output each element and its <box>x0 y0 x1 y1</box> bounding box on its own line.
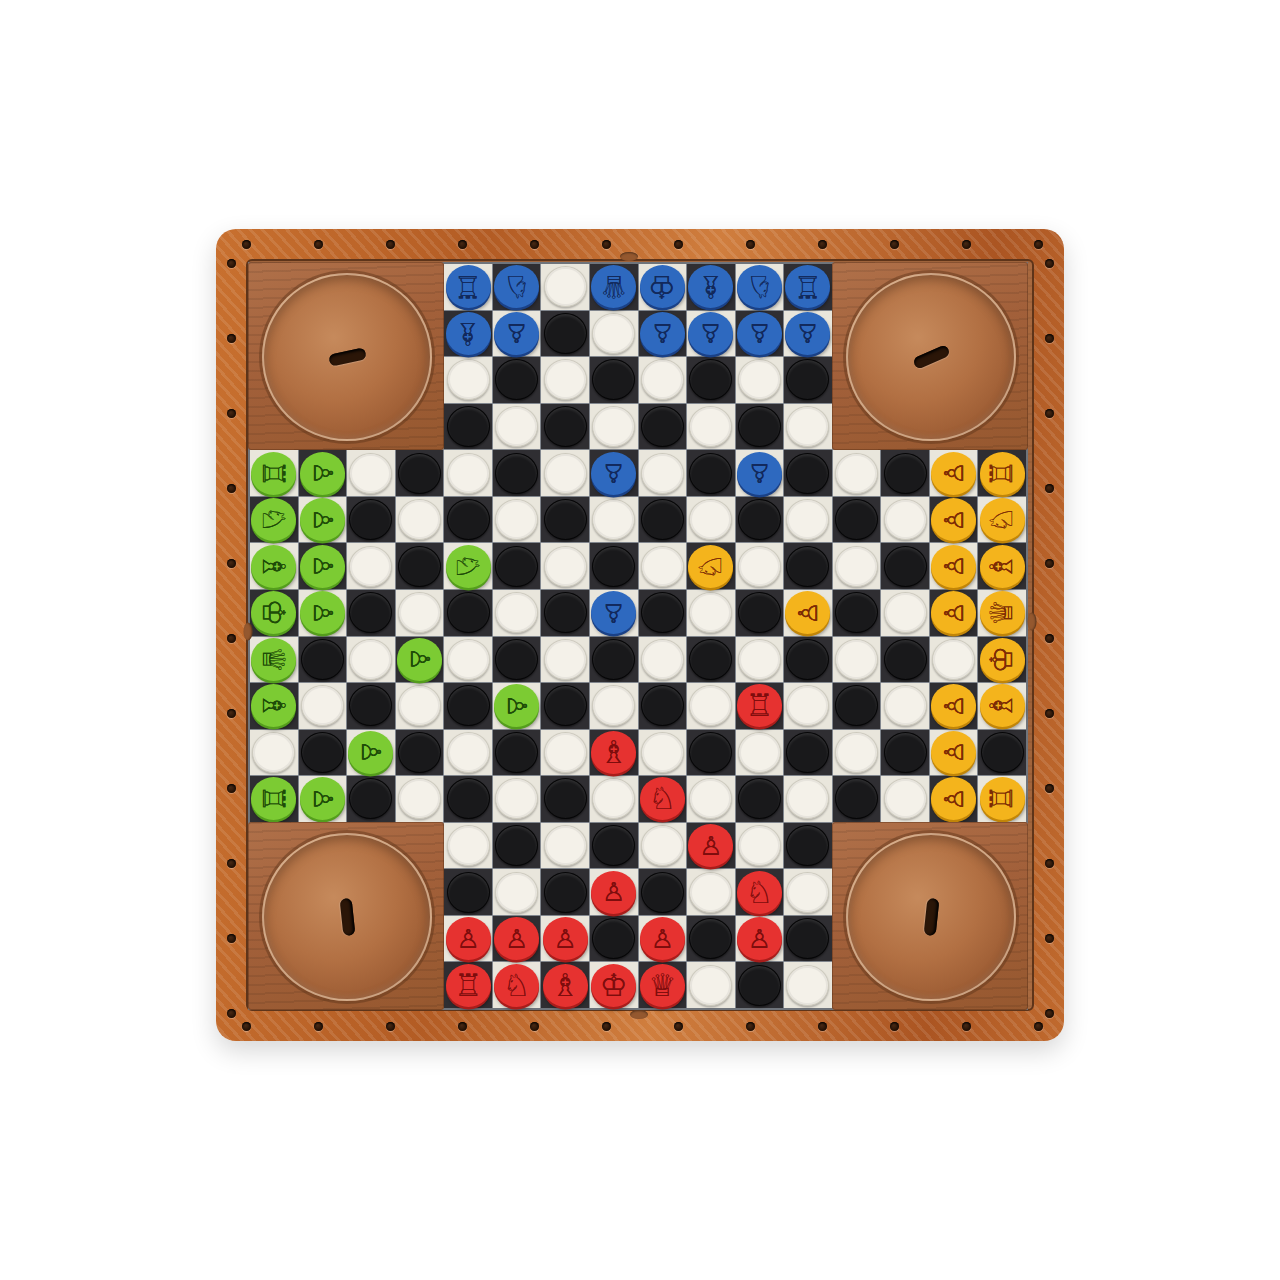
cell-o6[interactable]: ♙ <box>930 497 978 543</box>
cell-k8[interactable] <box>736 590 784 636</box>
cell-a12[interactable]: ♖ <box>250 776 298 822</box>
cell-f16[interactable]: ♘ <box>493 962 541 1008</box>
cell-f6[interactable] <box>493 497 541 543</box>
cell-g13[interactable] <box>541 823 589 869</box>
cell-g2[interactable] <box>541 311 589 357</box>
piece-blue-pawn[interactable]: ♙ <box>591 452 636 495</box>
piece-yellow-pawn[interactable]: ♙ <box>931 498 976 541</box>
cell-k14[interactable]: ♘ <box>736 869 784 915</box>
piece-red-pawn[interactable]: ♙ <box>688 824 733 867</box>
cell-d5[interactable] <box>396 450 444 496</box>
cell-o8[interactable]: ♙ <box>930 590 978 636</box>
piece-green-knight[interactable]: ♘ <box>251 498 296 541</box>
cell-h14[interactable]: ♙ <box>590 869 638 915</box>
frame-pin-hole-icon <box>227 484 236 493</box>
cell-i15[interactable]: ♙ <box>639 916 687 962</box>
cell-j4[interactable] <box>687 404 735 450</box>
cell-j11[interactable] <box>687 730 735 776</box>
cell-e12[interactable] <box>444 776 492 822</box>
cell-c8[interactable] <box>347 590 395 636</box>
cell-f9[interactable] <box>493 637 541 683</box>
cell-k5[interactable]: ♙ <box>736 450 784 496</box>
cell-j3[interactable] <box>687 357 735 403</box>
piece-red-rook[interactable]: ♖ <box>446 964 491 1007</box>
piece-red-knight[interactable]: ♘ <box>640 777 685 820</box>
cell-k13[interactable] <box>736 823 784 869</box>
cell-c10[interactable] <box>347 683 395 729</box>
cell-a10[interactable]: ♗ <box>250 683 298 729</box>
cell-j15[interactable] <box>687 916 735 962</box>
cell-o5[interactable]: ♙ <box>930 450 978 496</box>
cell-h4[interactable] <box>590 404 638 450</box>
cell-p9[interactable]: ♔ <box>978 637 1026 683</box>
cell-h10[interactable] <box>590 683 638 729</box>
piece-green-pawn[interactable]: ♙ <box>300 591 345 634</box>
piece-yellow-pawn[interactable]: ♙ <box>785 591 830 634</box>
cell-a11[interactable] <box>250 730 298 776</box>
piece-blue-pawn[interactable]: ♙ <box>737 312 782 355</box>
cell-i10[interactable] <box>639 683 687 729</box>
frame-pin-hole-icon <box>746 240 755 249</box>
cell-d6[interactable] <box>396 497 444 543</box>
cell-h5[interactable]: ♙ <box>590 450 638 496</box>
piece-blue-bishop[interactable]: ♗ <box>688 265 733 308</box>
cell-h3[interactable] <box>590 357 638 403</box>
cell-a5[interactable]: ♖ <box>250 450 298 496</box>
cell-d11[interactable] <box>396 730 444 776</box>
cell-f4[interactable] <box>493 404 541 450</box>
cell-n10[interactable] <box>881 683 929 729</box>
piece-red-pawn[interactable]: ♙ <box>640 917 685 960</box>
cell-i11[interactable] <box>639 730 687 776</box>
capture-tray-top-right <box>846 273 1016 441</box>
cell-f15[interactable]: ♙ <box>493 916 541 962</box>
cell-l11[interactable] <box>784 730 832 776</box>
cell-f11[interactable] <box>493 730 541 776</box>
cell-n6[interactable] <box>881 497 929 543</box>
cell-l3[interactable] <box>784 357 832 403</box>
cell-g16[interactable]: ♗ <box>541 962 589 1008</box>
piece-green-pawn[interactable]: ♙ <box>348 731 393 774</box>
piece-red-king[interactable]: ♔ <box>591 964 636 1007</box>
cell-h1[interactable]: ♕ <box>590 264 638 310</box>
empty-white-disc <box>786 499 829 540</box>
cell-g7[interactable] <box>541 543 589 589</box>
cell-b12[interactable]: ♙ <box>299 776 347 822</box>
cell-b5[interactable]: ♙ <box>299 450 347 496</box>
cell-e15[interactable]: ♙ <box>444 916 492 962</box>
empty-black-disc <box>544 592 587 633</box>
cell-f2[interactable]: ♙ <box>493 311 541 357</box>
piece-green-knight[interactable]: ♘ <box>446 545 491 588</box>
piece-yellow-knight[interactable]: ♘ <box>980 498 1025 541</box>
piece-blue-rook[interactable]: ♖ <box>446 265 491 308</box>
cell-o7[interactable]: ♙ <box>930 543 978 589</box>
piece-glyph: ♖ <box>454 271 482 302</box>
cell-l14[interactable] <box>784 869 832 915</box>
piece-yellow-pawn[interactable]: ♙ <box>931 731 976 774</box>
cell-e13[interactable] <box>444 823 492 869</box>
piece-blue-king[interactable]: ♔ <box>640 265 685 308</box>
cell-e8[interactable] <box>444 590 492 636</box>
cell-h7[interactable] <box>590 543 638 589</box>
empty-white-disc <box>786 406 829 447</box>
piece-green-bishop[interactable]: ♗ <box>251 545 296 588</box>
empty-black-disc <box>495 453 538 494</box>
cell-f8[interactable] <box>493 590 541 636</box>
piece-yellow-bishop[interactable]: ♗ <box>980 545 1025 588</box>
piece-green-rook[interactable]: ♖ <box>251 452 296 495</box>
piece-yellow-rook[interactable]: ♖ <box>980 452 1025 495</box>
tray-slot-icon <box>340 898 356 936</box>
piece-green-king[interactable]: ♔ <box>251 591 296 634</box>
cell-a6[interactable]: ♘ <box>250 497 298 543</box>
empty-black-disc <box>398 546 441 587</box>
piece-blue-rook[interactable]: ♖ <box>785 265 830 308</box>
cell-k6[interactable] <box>736 497 784 543</box>
piece-green-queen[interactable]: ♕ <box>251 638 296 681</box>
cell-p7[interactable]: ♗ <box>978 543 1026 589</box>
piece-glyph: ♙ <box>699 320 722 346</box>
cell-e4[interactable] <box>444 404 492 450</box>
empty-black-disc <box>786 918 829 959</box>
cell-k16[interactable] <box>736 962 784 1008</box>
piece-red-knight[interactable]: ♘ <box>737 871 782 914</box>
empty-white-disc <box>544 732 587 773</box>
cell-e5[interactable] <box>444 450 492 496</box>
cell-e6[interactable] <box>444 497 492 543</box>
cell-f13[interactable] <box>493 823 541 869</box>
piece-red-rook[interactable]: ♖ <box>737 684 782 727</box>
cell-j14[interactable] <box>687 869 735 915</box>
cell-a9[interactable]: ♕ <box>250 637 298 683</box>
piece-blue-knight[interactable]: ♘ <box>737 265 782 308</box>
empty-white-disc <box>592 685 635 726</box>
cell-k10[interactable]: ♖ <box>736 683 784 729</box>
cell-i2[interactable]: ♙ <box>639 311 687 357</box>
cell-l12[interactable] <box>784 776 832 822</box>
piece-yellow-pawn[interactable]: ♙ <box>931 684 976 727</box>
piece-blue-pawn[interactable]: ♙ <box>640 312 685 355</box>
cell-k12[interactable] <box>736 776 784 822</box>
cell-f10[interactable]: ♙ <box>493 683 541 729</box>
cell-l15[interactable] <box>784 916 832 962</box>
cell-e1[interactable]: ♖ <box>444 264 492 310</box>
cell-c7[interactable] <box>347 543 395 589</box>
piece-yellow-queen[interactable]: ♕ <box>980 591 1025 634</box>
cell-m9[interactable] <box>833 637 881 683</box>
cell-g5[interactable] <box>541 450 589 496</box>
piece-glyph: ♙ <box>941 508 967 531</box>
cell-e16[interactable]: ♖ <box>444 962 492 1008</box>
cell-g12[interactable] <box>541 776 589 822</box>
piece-glyph: ♕ <box>600 271 628 302</box>
cell-h11[interactable]: ♗ <box>590 730 638 776</box>
cell-n5[interactable] <box>881 450 929 496</box>
piece-yellow-pawn[interactable]: ♙ <box>931 545 976 588</box>
cell-m8[interactable] <box>833 590 881 636</box>
cell-d10[interactable] <box>396 683 444 729</box>
cell-p12[interactable]: ♖ <box>978 776 1026 822</box>
cell-b10[interactable] <box>299 683 347 729</box>
cell-g15[interactable]: ♙ <box>541 916 589 962</box>
piece-glyph: ♔ <box>258 599 289 627</box>
cell-e11[interactable] <box>444 730 492 776</box>
cell-o9[interactable] <box>930 637 978 683</box>
piece-red-knight[interactable]: ♘ <box>494 964 539 1007</box>
cell-g4[interactable] <box>541 404 589 450</box>
empty-white-disc <box>641 453 684 494</box>
cell-a8[interactable]: ♔ <box>250 590 298 636</box>
piece-green-rook[interactable]: ♖ <box>251 777 296 820</box>
cell-i12[interactable]: ♘ <box>639 776 687 822</box>
cell-n12[interactable] <box>881 776 929 822</box>
cell-k15[interactable]: ♙ <box>736 916 784 962</box>
cell-d8[interactable] <box>396 590 444 636</box>
piece-yellow-knight[interactable]: ♘ <box>688 545 733 588</box>
cell-e7[interactable]: ♘ <box>444 543 492 589</box>
cell-g3[interactable] <box>541 357 589 403</box>
cell-c12[interactable] <box>347 776 395 822</box>
piece-blue-bishop[interactable]: ♗ <box>446 312 491 355</box>
cell-l1[interactable]: ♖ <box>784 264 832 310</box>
cell-h15[interactable] <box>590 916 638 962</box>
cell-h9[interactable] <box>590 637 638 683</box>
cell-n7[interactable] <box>881 543 929 589</box>
cell-e9[interactable] <box>444 637 492 683</box>
piece-blue-pawn[interactable]: ♙ <box>688 312 733 355</box>
cell-i13[interactable] <box>639 823 687 869</box>
empty-white-disc <box>689 406 732 447</box>
empty-white-disc <box>544 266 587 307</box>
piece-yellow-rook[interactable]: ♖ <box>980 777 1025 820</box>
empty-black-disc <box>689 453 732 494</box>
cell-e3[interactable] <box>444 357 492 403</box>
cell-j7[interactable]: ♘ <box>687 543 735 589</box>
cell-k9[interactable] <box>736 637 784 683</box>
piece-blue-queen[interactable]: ♕ <box>591 265 636 308</box>
cell-l13[interactable] <box>784 823 832 869</box>
piece-green-pawn[interactable]: ♙ <box>300 777 345 820</box>
piece-green-pawn[interactable]: ♙ <box>300 498 345 541</box>
piece-blue-pawn[interactable]: ♙ <box>591 591 636 634</box>
cell-j10[interactable] <box>687 683 735 729</box>
piece-yellow-king[interactable]: ♔ <box>980 638 1025 681</box>
wooden-board-frame: ♖♘♕♔♗♘♖♗♙♙♙♙♙♖♙♙♙♙♖♘♙♙♘♗♙♘♘♙♗♔♙♙♙♙♕♕♙♔♗♙… <box>216 229 1064 1041</box>
cell-l9[interactable] <box>784 637 832 683</box>
cell-c9[interactable] <box>347 637 395 683</box>
frame-pin-hole-icon <box>602 240 611 249</box>
cell-g14[interactable] <box>541 869 589 915</box>
cell-b11[interactable] <box>299 730 347 776</box>
cell-f1[interactable]: ♘ <box>493 264 541 310</box>
cell-k7[interactable] <box>736 543 784 589</box>
piece-red-bishop[interactable]: ♗ <box>543 964 588 1007</box>
cell-i8[interactable] <box>639 590 687 636</box>
empty-white-disc <box>447 453 490 494</box>
cell-k11[interactable] <box>736 730 784 776</box>
cell-c6[interactable] <box>347 497 395 543</box>
cell-n8[interactable] <box>881 590 929 636</box>
cell-n11[interactable] <box>881 730 929 776</box>
cell-h16[interactable]: ♔ <box>590 962 638 1008</box>
cell-g10[interactable] <box>541 683 589 729</box>
empty-white-disc <box>932 639 975 680</box>
cell-l7[interactable] <box>784 543 832 589</box>
cell-i7[interactable] <box>639 543 687 589</box>
cell-i14[interactable] <box>639 869 687 915</box>
cell-i4[interactable] <box>639 404 687 450</box>
cell-i6[interactable] <box>639 497 687 543</box>
cell-p6[interactable]: ♘ <box>978 497 1026 543</box>
cell-d9[interactable]: ♙ <box>396 637 444 683</box>
piece-yellow-pawn[interactable]: ♙ <box>931 777 976 820</box>
cell-o11[interactable]: ♙ <box>930 730 978 776</box>
cell-f12[interactable] <box>493 776 541 822</box>
piece-yellow-pawn[interactable]: ♙ <box>931 452 976 495</box>
cell-k1[interactable]: ♘ <box>736 264 784 310</box>
empty-white-disc <box>786 778 829 819</box>
frame-pin-hole-icon <box>1045 784 1054 793</box>
cell-j12[interactable] <box>687 776 735 822</box>
piece-glyph: ♘ <box>987 506 1018 534</box>
cell-i5[interactable] <box>639 450 687 496</box>
cell-p8[interactable]: ♕ <box>978 590 1026 636</box>
piece-green-pawn[interactable]: ♙ <box>494 684 539 727</box>
cell-b7[interactable]: ♙ <box>299 543 347 589</box>
piece-glyph: ♕ <box>258 645 289 673</box>
empty-black-disc <box>786 359 829 400</box>
cell-p11[interactable] <box>978 730 1026 776</box>
cell-i1[interactable]: ♔ <box>639 264 687 310</box>
cell-k2[interactable]: ♙ <box>736 311 784 357</box>
cell-o12[interactable]: ♙ <box>930 776 978 822</box>
piece-red-pawn[interactable]: ♙ <box>737 917 782 960</box>
cell-b8[interactable]: ♙ <box>299 590 347 636</box>
cell-m12[interactable] <box>833 776 881 822</box>
piece-red-bishop[interactable]: ♗ <box>591 731 636 774</box>
empty-white-disc <box>447 825 490 866</box>
cell-g1[interactable] <box>541 264 589 310</box>
cell-m6[interactable] <box>833 497 881 543</box>
cell-l10[interactable] <box>784 683 832 729</box>
piece-glyph: ♙ <box>602 460 625 486</box>
cell-f5[interactable] <box>493 450 541 496</box>
cell-l2[interactable]: ♙ <box>784 311 832 357</box>
frame-pin-hole-icon <box>227 934 236 943</box>
cell-l4[interactable] <box>784 404 832 450</box>
piece-red-queen[interactable]: ♕ <box>640 964 685 1007</box>
piece-green-pawn[interactable]: ♙ <box>397 638 442 681</box>
piece-red-pawn[interactable]: ♙ <box>494 917 539 960</box>
cell-j13[interactable]: ♙ <box>687 823 735 869</box>
piece-blue-pawn[interactable]: ♙ <box>494 312 539 355</box>
cell-e10[interactable] <box>444 683 492 729</box>
cell-i16[interactable]: ♕ <box>639 962 687 1008</box>
empty-white-disc <box>641 546 684 587</box>
cell-j9[interactable] <box>687 637 735 683</box>
empty-black-disc <box>349 778 392 819</box>
piece-blue-knight[interactable]: ♘ <box>494 265 539 308</box>
cell-j2[interactable]: ♙ <box>687 311 735 357</box>
piece-yellow-pawn[interactable]: ♙ <box>931 591 976 634</box>
cell-l16[interactable] <box>784 962 832 1008</box>
cell-g6[interactable] <box>541 497 589 543</box>
cell-j5[interactable] <box>687 450 735 496</box>
piece-blue-pawn[interactable]: ♙ <box>785 312 830 355</box>
cell-h12[interactable] <box>590 776 638 822</box>
cell-l8[interactable]: ♙ <box>784 590 832 636</box>
piece-glyph: ♙ <box>554 926 577 952</box>
cell-b9[interactable] <box>299 637 347 683</box>
piece-glyph: ♖ <box>258 785 289 813</box>
piece-green-bishop[interactable]: ♗ <box>251 684 296 727</box>
empty-white-disc <box>544 546 587 587</box>
cell-h8[interactable]: ♙ <box>590 590 638 636</box>
cell-k4[interactable] <box>736 404 784 450</box>
cell-g8[interactable] <box>541 590 589 636</box>
cell-n9[interactable] <box>881 637 929 683</box>
piece-yellow-bishop[interactable]: ♗ <box>980 684 1025 727</box>
cell-j16[interactable] <box>687 962 735 1008</box>
cell-f7[interactable] <box>493 543 541 589</box>
cell-l5[interactable] <box>784 450 832 496</box>
empty-black-disc <box>835 499 878 540</box>
cell-g11[interactable] <box>541 730 589 776</box>
cell-m7[interactable] <box>833 543 881 589</box>
cell-p10[interactable]: ♗ <box>978 683 1026 729</box>
cell-c11[interactable]: ♙ <box>347 730 395 776</box>
cell-e14[interactable] <box>444 869 492 915</box>
empty-black-disc <box>301 639 344 680</box>
piece-red-pawn[interactable]: ♙ <box>543 917 588 960</box>
frame-pin-hole-icon <box>386 240 395 249</box>
cell-p5[interactable]: ♖ <box>978 450 1026 496</box>
cell-k3[interactable] <box>736 357 784 403</box>
piece-blue-pawn[interactable]: ♙ <box>737 452 782 495</box>
cell-h6[interactable] <box>590 497 638 543</box>
cell-j1[interactable]: ♗ <box>687 264 735 310</box>
cell-d7[interactable] <box>396 543 444 589</box>
cell-f14[interactable] <box>493 869 541 915</box>
empty-white-disc <box>349 453 392 494</box>
cell-i3[interactable] <box>639 357 687 403</box>
cell-i9[interactable] <box>639 637 687 683</box>
cell-e2[interactable]: ♗ <box>444 311 492 357</box>
cell-f3[interactable] <box>493 357 541 403</box>
cell-o10[interactable]: ♙ <box>930 683 978 729</box>
piece-glyph: ♖ <box>258 459 289 487</box>
cell-j8[interactable] <box>687 590 735 636</box>
piece-green-pawn[interactable]: ♙ <box>300 452 345 495</box>
cell-g9[interactable] <box>541 637 589 683</box>
cell-m11[interactable] <box>833 730 881 776</box>
cell-c5[interactable] <box>347 450 395 496</box>
cell-j6[interactable] <box>687 497 735 543</box>
piece-red-pawn[interactable]: ♙ <box>446 917 491 960</box>
cell-b6[interactable]: ♙ <box>299 497 347 543</box>
cell-h2[interactable] <box>590 311 638 357</box>
cell-m5[interactable] <box>833 450 881 496</box>
cell-h13[interactable] <box>590 823 638 869</box>
frame-pin-hole-icon <box>227 634 236 643</box>
cell-m10[interactable] <box>833 683 881 729</box>
piece-red-pawn[interactable]: ♙ <box>591 871 636 914</box>
cell-l6[interactable] <box>784 497 832 543</box>
piece-green-pawn[interactable]: ♙ <box>300 545 345 588</box>
cell-d12[interactable] <box>396 776 444 822</box>
cell-a7[interactable]: ♗ <box>250 543 298 589</box>
